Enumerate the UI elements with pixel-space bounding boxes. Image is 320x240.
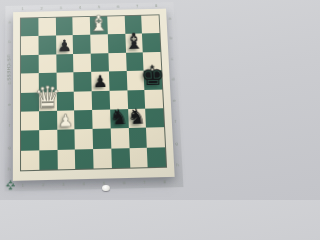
square-f5[interactable] <box>109 71 127 90</box>
coord-left-b: b <box>8 32 12 52</box>
square-h1[interactable] <box>147 147 166 167</box>
brand-text: US CHESS <box>6 54 11 81</box>
coord-bottom-4: 4 <box>74 182 94 187</box>
black-knight-g3[interactable]: ♞ <box>127 107 147 128</box>
club-glyph: ♣ <box>6 183 11 188</box>
coord-bottom-6: 6 <box>114 181 134 186</box>
coord-top-4: 4 <box>70 5 89 9</box>
square-d7[interactable] <box>73 35 91 54</box>
coord-right-b: b <box>169 29 174 49</box>
square-h3[interactable] <box>145 108 164 128</box>
square-e6[interactable] <box>91 53 109 72</box>
coord-top-3: 3 <box>51 6 70 10</box>
coord-bottom-3: 3 <box>53 182 73 187</box>
black-bishop-g7[interactable]: ♝ <box>123 31 144 53</box>
coord-top-2: 2 <box>32 6 51 10</box>
coordinates-bottom: 12345678 <box>13 180 175 188</box>
square-h7[interactable] <box>142 33 160 52</box>
square-f6[interactable] <box>108 53 126 72</box>
square-a1[interactable] <box>21 150 39 170</box>
coord-top-5: 5 <box>90 5 109 9</box>
coord-top-1: 1 <box>13 7 32 11</box>
coordinates-top: 12345678 <box>13 4 166 11</box>
white-queen-b4[interactable]: ♛ <box>34 82 62 113</box>
coord-top-8: 8 <box>147 4 166 8</box>
square-b7[interactable] <box>38 36 56 55</box>
square-h2[interactable] <box>146 127 165 147</box>
white-pawn-c3[interactable]: ♟ <box>58 112 74 129</box>
square-d6[interactable] <box>73 53 91 72</box>
coord-right-h: h <box>175 155 180 177</box>
square-f1[interactable] <box>111 148 130 168</box>
black-king-h5[interactable]: ♚ <box>140 63 166 91</box>
square-b6[interactable] <box>38 54 56 73</box>
club-glyph: ♣ <box>11 183 16 188</box>
square-b2[interactable] <box>39 130 57 150</box>
square-e7[interactable] <box>90 35 108 54</box>
white-snap-dot <box>102 185 110 191</box>
square-e3[interactable] <box>92 109 110 129</box>
coord-right-d: d <box>171 69 176 90</box>
club-glyph: ♣ <box>8 186 13 191</box>
club-glyph: ♣ <box>8 180 13 185</box>
coord-top-6: 6 <box>109 4 128 8</box>
coordinates-left: abcdefgh <box>7 12 12 181</box>
square-d2[interactable] <box>75 129 93 149</box>
square-a8[interactable] <box>21 18 38 37</box>
coord-top-7: 7 <box>128 4 147 8</box>
square-c1[interactable] <box>57 149 75 169</box>
coord-bottom-1: 1 <box>13 183 33 188</box>
square-d5[interactable] <box>74 72 92 91</box>
square-d4[interactable] <box>74 91 92 110</box>
coord-right-f: f <box>173 111 178 133</box>
chessboard: ♝♟♝♚♟♛♟♞♞ <box>21 15 166 170</box>
square-d3[interactable] <box>74 110 92 130</box>
coord-left-h: h <box>7 159 11 181</box>
coord-left-e: e <box>7 94 11 115</box>
coord-left-f: f <box>7 115 11 137</box>
black-pawn-e5[interactable]: ♟ <box>92 73 108 90</box>
square-d1[interactable] <box>75 149 93 169</box>
coord-right-g: g <box>174 133 179 155</box>
square-f2[interactable] <box>110 128 129 148</box>
square-c8[interactable] <box>55 17 73 36</box>
coord-right-e: e <box>172 90 177 111</box>
square-c2[interactable] <box>57 130 75 150</box>
club-knot-icon: ♣♣♣♣ <box>6 181 15 191</box>
coord-left-c: c <box>8 53 12 74</box>
white-bishop-e8[interactable]: ♝ <box>88 13 109 35</box>
coord-left-g: g <box>7 137 11 159</box>
square-g1[interactable] <box>129 147 148 167</box>
board-photo: ♝♟♝♚♟♛♟♞♞ 12345678 12345678 abcdefgh abc… <box>0 0 200 200</box>
square-f8[interactable] <box>107 16 125 35</box>
coord-bottom-8: 8 <box>155 180 175 185</box>
square-a2[interactable] <box>21 130 39 150</box>
coord-bottom-2: 2 <box>33 183 53 188</box>
black-pawn-c7[interactable]: ♟ <box>57 37 72 53</box>
coord-right-c: c <box>170 49 175 70</box>
coord-left-a: a <box>8 12 12 32</box>
square-g2[interactable] <box>128 128 147 148</box>
square-a6[interactable] <box>21 55 39 74</box>
coord-right-a: a <box>167 9 172 29</box>
coord-bottom-7: 7 <box>134 180 154 185</box>
square-a7[interactable] <box>21 36 38 55</box>
black-knight-f3[interactable]: ♞ <box>109 107 129 128</box>
coord-left-d: d <box>8 73 12 94</box>
square-h8[interactable] <box>141 15 159 34</box>
square-c6[interactable] <box>56 54 74 73</box>
coordinates-right: abcdefgh <box>167 9 180 177</box>
square-e1[interactable] <box>93 148 112 168</box>
square-b8[interactable] <box>38 18 55 37</box>
square-b1[interactable] <box>39 150 57 170</box>
square-e4[interactable] <box>92 90 110 109</box>
chessboard-sheet: ♝♟♝♚♟♛♟♞♞ 12345678 12345678 abcdefgh abc… <box>13 9 175 181</box>
square-e2[interactable] <box>93 129 111 149</box>
